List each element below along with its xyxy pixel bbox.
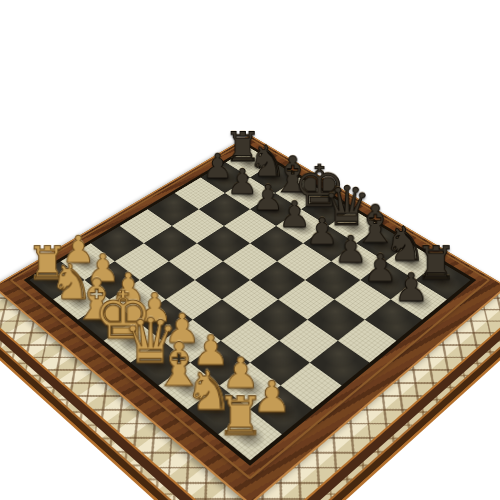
square-g3: [250, 341, 310, 386]
square-e4: [222, 280, 278, 320]
square-f3: [221, 320, 280, 363]
square-h2: [250, 386, 312, 435]
square-g2: [219, 363, 280, 410]
square-f5: [278, 280, 334, 320]
square-e1: [130, 341, 190, 386]
square-h4: [310, 341, 370, 386]
square-g6: [334, 280, 390, 320]
square-d1: [104, 320, 163, 363]
square-g4: [279, 320, 338, 363]
square-f1: [158, 363, 219, 410]
square-h6: [365, 299, 422, 340]
square-c1: [78, 299, 135, 340]
square-h1: [218, 409, 282, 460]
square-f2: [190, 341, 250, 386]
square-d2: [135, 299, 192, 340]
chess-set-photo: ♜♞♝♚♛♝♞♜♟♟♟♟♟♟♟♟♟♟♟♟♟♟♟♟♜♞♝♚♛♝♞♜: [0, 0, 500, 500]
square-e2: [162, 320, 221, 363]
square-g1: [188, 386, 250, 435]
square-h5: [338, 320, 397, 363]
square-c2: [109, 280, 165, 320]
square-b1: [53, 280, 109, 320]
square-f4: [250, 299, 307, 340]
square-h3: [281, 363, 342, 410]
square-h7: [391, 280, 447, 320]
square-d3: [166, 280, 222, 320]
square-e3: [193, 299, 250, 340]
square-g5: [307, 299, 364, 340]
